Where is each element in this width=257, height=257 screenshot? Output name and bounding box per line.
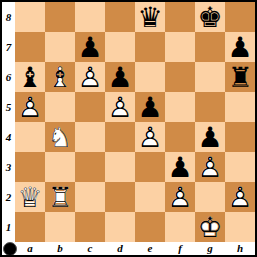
white-bishop-icon: ♝♗ [45, 62, 75, 92]
white-rook-icon: ♜♖ [45, 182, 75, 212]
black-pawn-icon: ♟ [195, 122, 225, 152]
square-d8[interactable] [105, 2, 135, 32]
square-f2[interactable]: ♟♙ [165, 182, 195, 212]
square-c6[interactable]: ♟♙ [75, 62, 105, 92]
square-b7[interactable] [45, 32, 75, 62]
square-g1[interactable]: ♚♔ [195, 212, 225, 242]
black-pawn-icon: ♟ [75, 32, 105, 62]
square-d1[interactable] [105, 212, 135, 242]
square-g5[interactable] [195, 92, 225, 122]
rank-label-7: 7 [2, 32, 15, 62]
file-label-g: g [195, 242, 225, 255]
rank-label-4: 4 [2, 122, 15, 152]
square-h8[interactable] [225, 2, 255, 32]
square-d6[interactable]: ♟ [105, 62, 135, 92]
black-pawn-icon: ♟ [225, 32, 255, 62]
chess-board-diagram: 87654321 ♛♚♟♟♝♝♗♟♙♟♜♟♙♟♙♟♞♘♟♙♟♟♟♙♛♕♜♖♟♙♟… [0, 0, 257, 257]
black-rook-icon: ♜ [225, 62, 255, 92]
black-bishop-icon: ♝ [15, 62, 45, 92]
black-pawn-icon: ♟ [105, 62, 135, 92]
rank-label-3: 3 [2, 152, 15, 182]
file-label-h: h [225, 242, 255, 255]
square-e8[interactable]: ♛ [135, 2, 165, 32]
square-h7[interactable]: ♟ [225, 32, 255, 62]
square-g3[interactable]: ♟♙ [195, 152, 225, 182]
file-labels: abcdefgh [15, 242, 255, 255]
side-to-move-indicator [3, 242, 17, 256]
square-d5[interactable]: ♟♙ [105, 92, 135, 122]
black-pawn-icon: ♟ [135, 92, 165, 122]
square-h3[interactable] [225, 152, 255, 182]
square-d7[interactable] [105, 32, 135, 62]
rank-label-8: 8 [2, 2, 15, 32]
square-g2[interactable] [195, 182, 225, 212]
square-f1[interactable] [165, 212, 195, 242]
black-king-icon: ♚ [195, 2, 225, 32]
file-label-d: d [105, 242, 135, 255]
square-e5[interactable]: ♟ [135, 92, 165, 122]
rank-labels: 87654321 [2, 2, 15, 242]
square-c5[interactable] [75, 92, 105, 122]
square-h4[interactable] [225, 122, 255, 152]
square-e4[interactable]: ♟♙ [135, 122, 165, 152]
square-f7[interactable] [165, 32, 195, 62]
square-f3[interactable]: ♟ [165, 152, 195, 182]
white-pawn-icon: ♟♙ [105, 92, 135, 122]
square-a5[interactable]: ♟♙ [15, 92, 45, 122]
black-pawn-icon: ♟ [165, 152, 195, 182]
square-e3[interactable] [135, 152, 165, 182]
square-b8[interactable] [45, 2, 75, 32]
file-label-b: b [45, 242, 75, 255]
file-label-c: c [75, 242, 105, 255]
square-b3[interactable] [45, 152, 75, 182]
white-pawn-icon: ♟♙ [225, 182, 255, 212]
square-g7[interactable] [195, 32, 225, 62]
square-c7[interactable]: ♟ [75, 32, 105, 62]
white-pawn-icon: ♟♙ [135, 122, 165, 152]
square-h6[interactable]: ♜ [225, 62, 255, 92]
white-knight-icon: ♞♘ [45, 122, 75, 152]
square-a7[interactable] [15, 32, 45, 62]
square-b6[interactable]: ♝♗ [45, 62, 75, 92]
square-h2[interactable]: ♟♙ [225, 182, 255, 212]
square-b5[interactable] [45, 92, 75, 122]
rank-label-5: 5 [2, 92, 15, 122]
white-pawn-icon: ♟♙ [75, 62, 105, 92]
square-b4[interactable]: ♞♘ [45, 122, 75, 152]
square-c3[interactable] [75, 152, 105, 182]
square-f8[interactable] [165, 2, 195, 32]
white-pawn-icon: ♟♙ [165, 182, 195, 212]
square-g6[interactable] [195, 62, 225, 92]
square-g8[interactable]: ♚ [195, 2, 225, 32]
square-c2[interactable] [75, 182, 105, 212]
white-pawn-icon: ♟♙ [195, 152, 225, 182]
square-e7[interactable] [135, 32, 165, 62]
rank-label-6: 6 [2, 62, 15, 92]
white-pawn-icon: ♟♙ [15, 92, 45, 122]
square-a4[interactable] [15, 122, 45, 152]
white-queen-icon: ♛♕ [15, 182, 45, 212]
file-label-f: f [165, 242, 195, 255]
square-d2[interactable] [105, 182, 135, 212]
square-f4[interactable] [165, 122, 195, 152]
square-h5[interactable] [225, 92, 255, 122]
rank-label-1: 1 [2, 212, 15, 242]
square-b2[interactable]: ♜♖ [45, 182, 75, 212]
rank-label-2: 2 [2, 182, 15, 212]
square-a3[interactable] [15, 152, 45, 182]
black-queen-icon: ♛ [135, 2, 165, 32]
square-a1[interactable] [15, 212, 45, 242]
square-b1[interactable] [45, 212, 75, 242]
square-h1[interactable] [225, 212, 255, 242]
square-f6[interactable] [165, 62, 195, 92]
square-e1[interactable] [135, 212, 165, 242]
square-a6[interactable]: ♝ [15, 62, 45, 92]
square-g4[interactable]: ♟ [195, 122, 225, 152]
square-c8[interactable] [75, 2, 105, 32]
square-a2[interactable]: ♛♕ [15, 182, 45, 212]
square-c4[interactable] [75, 122, 105, 152]
square-a8[interactable] [15, 2, 45, 32]
chess-board: ♛♚♟♟♝♝♗♟♙♟♜♟♙♟♙♟♞♘♟♙♟♟♟♙♛♕♜♖♟♙♟♙♚♔ [15, 2, 255, 242]
square-d4[interactable] [105, 122, 135, 152]
square-d3[interactable] [105, 152, 135, 182]
file-label-a: a [15, 242, 45, 255]
square-e2[interactable] [135, 182, 165, 212]
square-c1[interactable] [75, 212, 105, 242]
square-e6[interactable] [135, 62, 165, 92]
white-king-icon: ♚♔ [195, 212, 225, 242]
square-f5[interactable] [165, 92, 195, 122]
file-label-e: e [135, 242, 165, 255]
